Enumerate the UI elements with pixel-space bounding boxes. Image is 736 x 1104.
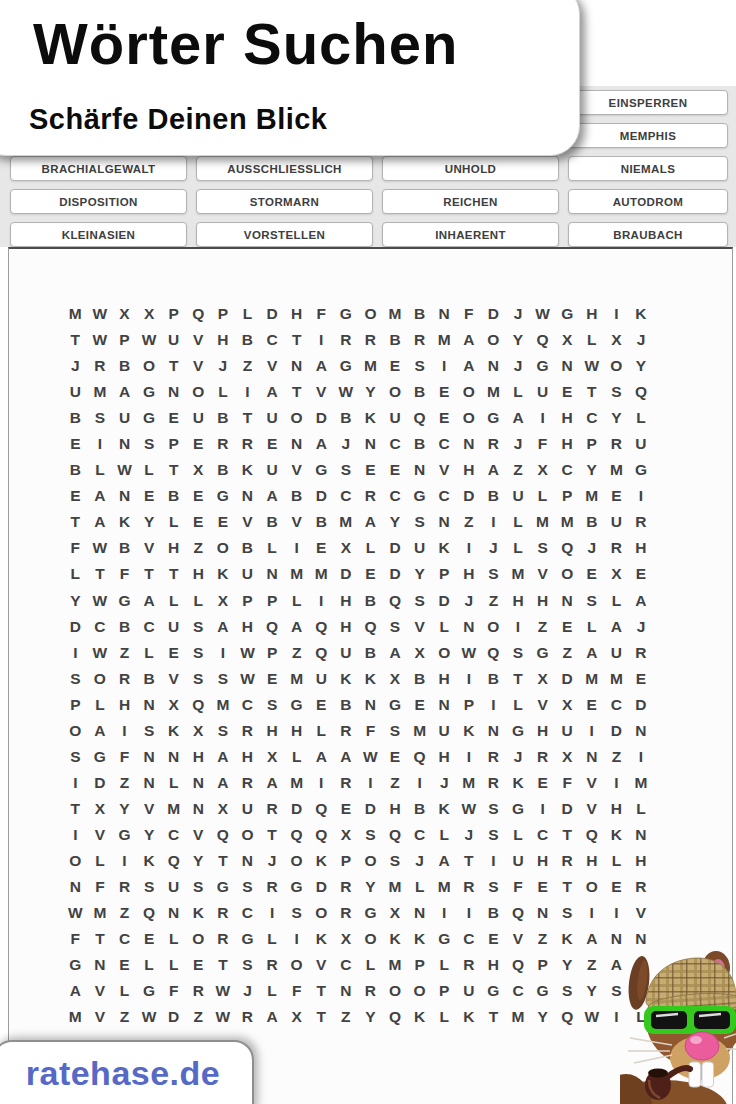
grid-cell[interactable]: C (235, 900, 260, 926)
grid-cell[interactable]: R (88, 353, 113, 379)
grid-cell[interactable]: G (88, 744, 113, 770)
grid-cell[interactable]: Z (112, 1004, 137, 1030)
grid-cell[interactable]: U (555, 718, 580, 744)
grid-cell[interactable]: N (334, 978, 359, 1004)
grid-cell[interactable]: E (137, 483, 162, 509)
grid-cell[interactable]: N (555, 588, 580, 614)
grid-cell[interactable]: A (211, 770, 236, 796)
grid-cell[interactable]: I (284, 926, 309, 952)
grid-cell[interactable]: A (284, 614, 309, 640)
grid-cell[interactable]: W (579, 353, 604, 379)
grid-cell[interactable]: T (481, 1004, 506, 1030)
grid-cell[interactable]: D (604, 718, 629, 744)
grid-cell[interactable]: U (506, 848, 531, 874)
grid-cell[interactable]: N (186, 796, 211, 822)
grid-cell[interactable]: H (112, 692, 137, 718)
grid-cell[interactable]: U (383, 405, 408, 431)
grid-cell[interactable]: M (432, 874, 457, 900)
grid-cell[interactable]: N (88, 952, 113, 978)
grid-cell[interactable]: F (112, 561, 137, 587)
grid-cell[interactable]: I (629, 483, 654, 509)
grid-cell[interactable]: I (579, 900, 604, 926)
grid-cell[interactable]: Q (211, 822, 236, 848)
grid-cell[interactable]: T (284, 379, 309, 405)
grid-cell[interactable]: L (211, 379, 236, 405)
grid-cell[interactable]: R (112, 666, 137, 692)
grid-cell[interactable]: E (112, 952, 137, 978)
grid-cell[interactable]: S (555, 978, 580, 1004)
grid-cell[interactable]: E (383, 744, 408, 770)
grid-cell[interactable]: L (112, 978, 137, 1004)
grid-cell[interactable]: I (506, 614, 531, 640)
grid-cell[interactable]: V (309, 379, 334, 405)
grid-cell[interactable]: I (481, 509, 506, 535)
grid-cell[interactable]: R (358, 483, 383, 509)
grid-cell[interactable]: T (260, 822, 285, 848)
grid-cell[interactable]: G (407, 483, 432, 509)
grid-cell[interactable]: J (407, 848, 432, 874)
grid-cell[interactable]: L (161, 926, 186, 952)
grid-cell[interactable]: A (506, 405, 531, 431)
grid-cell[interactable]: T (457, 848, 482, 874)
grid-cell[interactable]: H (284, 718, 309, 744)
grid-cell[interactable]: D (383, 561, 408, 587)
grid-cell[interactable]: A (309, 744, 334, 770)
grid-cell[interactable]: B (407, 301, 432, 327)
grid-cell[interactable]: S (555, 900, 580, 926)
grid-cell[interactable]: L (629, 405, 654, 431)
grid-cell[interactable]: E (629, 666, 654, 692)
grid-cell[interactable]: R (334, 770, 359, 796)
grid-cell[interactable]: I (530, 405, 555, 431)
grid-cell[interactable]: I (457, 666, 482, 692)
grid-cell[interactable]: C (432, 483, 457, 509)
grid-cell[interactable]: B (481, 666, 506, 692)
word-chip[interactable]: UNHOLD (382, 156, 559, 181)
grid-cell[interactable]: Q (161, 848, 186, 874)
grid-cell[interactable]: Q (186, 692, 211, 718)
grid-cell[interactable]: N (629, 822, 654, 848)
grid-cell[interactable]: R (235, 1004, 260, 1030)
grid-cell[interactable]: H (432, 744, 457, 770)
grid-cell[interactable]: B (309, 509, 334, 535)
grid-cell[interactable]: U (629, 431, 654, 457)
grid-cell[interactable]: M (284, 666, 309, 692)
grid-cell[interactable]: D (555, 796, 580, 822)
grid-cell[interactable]: U (235, 796, 260, 822)
grid-cell[interactable]: B (579, 509, 604, 535)
grid-cell[interactable]: Q (358, 614, 383, 640)
grid-cell[interactable]: T (88, 926, 113, 952)
grid-cell[interactable]: E (432, 405, 457, 431)
grid-cell[interactable]: B (407, 379, 432, 405)
grid-cell[interactable]: Q (309, 822, 334, 848)
grid-cell[interactable]: T (555, 874, 580, 900)
grid-cell[interactable]: V (309, 952, 334, 978)
grid-cell[interactable]: K (555, 926, 580, 952)
grid-cell[interactable]: E (334, 796, 359, 822)
grid-cell[interactable]: A (579, 926, 604, 952)
grid-cell[interactable]: C (407, 822, 432, 848)
grid-cell[interactable]: R (211, 926, 236, 952)
grid-cell[interactable]: G (235, 926, 260, 952)
grid-cell[interactable]: C (383, 483, 408, 509)
grid-cell[interactable]: V (579, 770, 604, 796)
grid-cell[interactable]: U (161, 874, 186, 900)
grid-cell[interactable]: E (629, 561, 654, 587)
grid-cell[interactable]: E (530, 770, 555, 796)
grid-cell[interactable]: I (579, 718, 604, 744)
grid-cell[interactable]: I (358, 770, 383, 796)
grid-cell[interactable]: X (284, 1004, 309, 1030)
grid-cell[interactable]: S (211, 718, 236, 744)
grid-cell[interactable]: H (481, 952, 506, 978)
grid-cell[interactable]: V (284, 457, 309, 483)
grid-cell[interactable]: E (579, 561, 604, 587)
grid-cell[interactable]: V (137, 535, 162, 561)
grid-cell[interactable]: Z (383, 770, 408, 796)
grid-cell[interactable]: L (358, 952, 383, 978)
grid-cell[interactable]: E (186, 509, 211, 535)
grid-cell[interactable]: I (604, 301, 629, 327)
grid-cell[interactable]: L (235, 301, 260, 327)
grid-cell[interactable]: P (260, 640, 285, 666)
grid-cell[interactable]: E (407, 692, 432, 718)
grid-cell[interactable]: M (63, 301, 88, 327)
grid-cell[interactable]: B (334, 405, 359, 431)
grid-cell[interactable]: F (358, 718, 383, 744)
grid-cell[interactable]: P (457, 692, 482, 718)
grid-cell[interactable]: H (284, 301, 309, 327)
grid-cell[interactable]: M (358, 353, 383, 379)
grid-cell[interactable]: M (407, 718, 432, 744)
grid-cell[interactable]: G (137, 978, 162, 1004)
grid-cell[interactable]: H (555, 405, 580, 431)
grid-cell[interactable]: V (88, 978, 113, 1004)
grid-cell[interactable]: C (383, 431, 408, 457)
grid-cell[interactable]: R (260, 874, 285, 900)
grid-cell[interactable]: G (334, 353, 359, 379)
grid-cell[interactable]: S (137, 718, 162, 744)
grid-cell[interactable]: D (457, 483, 482, 509)
grid-cell[interactable]: K (604, 822, 629, 848)
grid-cell[interactable]: U (604, 640, 629, 666)
grid-cell[interactable]: N (407, 900, 432, 926)
grid-cell[interactable]: N (457, 431, 482, 457)
grid-cell[interactable]: E (358, 457, 383, 483)
grid-cell[interactable]: R (334, 900, 359, 926)
grid-cell[interactable]: P (211, 301, 236, 327)
grid-cell[interactable]: R (604, 535, 629, 561)
grid-cell[interactable]: I (112, 718, 137, 744)
grid-cell[interactable]: O (88, 666, 113, 692)
grid-cell[interactable]: V (432, 457, 457, 483)
grid-cell[interactable]: X (334, 926, 359, 952)
grid-cell[interactable]: C (137, 614, 162, 640)
grid-cell[interactable]: L (506, 379, 531, 405)
grid-cell[interactable]: R (481, 770, 506, 796)
grid-cell[interactable]: E (309, 535, 334, 561)
grid-cell[interactable]: R (481, 744, 506, 770)
grid-cell[interactable]: Y (186, 848, 211, 874)
grid-cell[interactable]: H (235, 614, 260, 640)
grid-cell[interactable]: J (235, 978, 260, 1004)
grid-cell[interactable]: E (211, 509, 236, 535)
grid-cell[interactable]: I (407, 770, 432, 796)
grid-cell[interactable]: G (506, 718, 531, 744)
word-chip[interactable]: VORSTELLEN (196, 222, 373, 247)
grid-cell[interactable]: E (383, 353, 408, 379)
grid-cell[interactable]: U (186, 405, 211, 431)
grid-cell[interactable]: E (186, 431, 211, 457)
grid-cell[interactable]: P (555, 483, 580, 509)
grid-cell[interactable]: C (260, 327, 285, 353)
grid-cell[interactable]: Z (186, 535, 211, 561)
grid-cell[interactable]: T (579, 379, 604, 405)
grid-cell[interactable]: A (383, 640, 408, 666)
grid-cell[interactable]: I (88, 431, 113, 457)
grid-cell[interactable]: C (555, 457, 580, 483)
grid-cell[interactable]: D (88, 770, 113, 796)
grid-cell[interactable]: J (481, 535, 506, 561)
grid-cell[interactable]: Z (112, 640, 137, 666)
grid-cell[interactable]: C (112, 926, 137, 952)
grid-cell[interactable]: R (358, 327, 383, 353)
grid-cell[interactable]: O (604, 353, 629, 379)
grid-cell[interactable]: W (211, 978, 236, 1004)
grid-cell[interactable]: E (161, 405, 186, 431)
grid-cell[interactable]: A (481, 457, 506, 483)
grid-cell[interactable]: X (555, 327, 580, 353)
grid-cell[interactable]: E (604, 483, 629, 509)
grid-cell[interactable]: X (137, 301, 162, 327)
grid-cell[interactable]: L (506, 692, 531, 718)
grid-cell[interactable]: I (629, 744, 654, 770)
grid-cell[interactable]: A (579, 640, 604, 666)
grid-cell[interactable]: L (137, 640, 162, 666)
grid-cell[interactable]: U (235, 561, 260, 587)
grid-cell[interactable]: A (457, 327, 482, 353)
grid-cell[interactable]: W (579, 1004, 604, 1030)
grid-cell[interactable]: F (309, 301, 334, 327)
grid-cell[interactable]: K (457, 1004, 482, 1030)
grid-cell[interactable]: X (555, 692, 580, 718)
grid-cell[interactable]: G (137, 405, 162, 431)
grid-cell[interactable]: Q (383, 1004, 408, 1030)
grid-cell[interactable]: U (604, 509, 629, 535)
grid-cell[interactable]: X (88, 796, 113, 822)
grid-cell[interactable]: H (186, 561, 211, 587)
grid-cell[interactable]: A (358, 509, 383, 535)
grid-cell[interactable]: F (506, 874, 531, 900)
grid-cell[interactable]: D (555, 666, 580, 692)
grid-cell[interactable]: E (383, 457, 408, 483)
grid-cell[interactable]: O (383, 978, 408, 1004)
grid-cell[interactable]: Q (407, 405, 432, 431)
grid-cell[interactable]: O (235, 822, 260, 848)
grid-cell[interactable]: Q (284, 822, 309, 848)
grid-cell[interactable]: Q (530, 327, 555, 353)
grid-cell[interactable]: H (604, 796, 629, 822)
grid-cell[interactable]: Z (604, 744, 629, 770)
grid-cell[interactable]: L (358, 535, 383, 561)
grid-cell[interactable]: Z (481, 588, 506, 614)
grid-cell[interactable]: S (334, 457, 359, 483)
grid-cell[interactable]: N (235, 483, 260, 509)
grid-cell[interactable]: Y (137, 822, 162, 848)
grid-cell[interactable]: B (358, 588, 383, 614)
grid-cell[interactable]: A (137, 588, 162, 614)
grid-cell[interactable]: Y (555, 952, 580, 978)
grid-cell[interactable]: P (530, 952, 555, 978)
grid-cell[interactable]: L (432, 614, 457, 640)
grid-cell[interactable]: P (579, 431, 604, 457)
grid-cell[interactable]: R (235, 431, 260, 457)
grid-cell[interactable]: K (629, 301, 654, 327)
grid-cell[interactable]: S (383, 614, 408, 640)
grid-cell[interactable]: N (112, 483, 137, 509)
grid-cell[interactable]: A (88, 483, 113, 509)
grid-cell[interactable]: B (358, 640, 383, 666)
grid-cell[interactable]: M (211, 692, 236, 718)
grid-cell[interactable]: B (481, 900, 506, 926)
grid-cell[interactable]: Y (137, 509, 162, 535)
grid-cell[interactable]: K (457, 718, 482, 744)
grid-cell[interactable]: O (358, 848, 383, 874)
grid-cell[interactable]: R (457, 874, 482, 900)
grid-cell[interactable]: O (358, 301, 383, 327)
grid-cell[interactable]: G (112, 822, 137, 848)
grid-cell[interactable]: V (186, 327, 211, 353)
grid-cell[interactable]: O (555, 561, 580, 587)
grid-cell[interactable]: U (457, 978, 482, 1004)
grid-cell[interactable]: L (260, 926, 285, 952)
grid-cell[interactable]: J (579, 535, 604, 561)
grid-cell[interactable]: G (506, 796, 531, 822)
grid-cell[interactable]: K (309, 926, 334, 952)
grid-cell[interactable]: C (530, 822, 555, 848)
grid-cell[interactable]: Q (555, 1004, 580, 1030)
grid-cell[interactable]: V (161, 666, 186, 692)
grid-cell[interactable]: O (309, 900, 334, 926)
grid-cell[interactable]: I (432, 353, 457, 379)
grid-cell[interactable]: R (211, 431, 236, 457)
grid-cell[interactable]: P (161, 301, 186, 327)
grid-cell[interactable]: M (161, 796, 186, 822)
grid-cell[interactable]: S (407, 353, 432, 379)
grid-cell[interactable]: Z (530, 614, 555, 640)
grid-cell[interactable]: A (457, 353, 482, 379)
word-chip[interactable]: NIEMALS (568, 156, 728, 181)
grid-cell[interactable]: L (506, 822, 531, 848)
grid-cell[interactable]: E (481, 926, 506, 952)
grid-cell[interactable]: R (629, 640, 654, 666)
grid-cell[interactable]: A (260, 770, 285, 796)
grid-cell[interactable]: U (432, 718, 457, 744)
grid-cell[interactable]: S (383, 848, 408, 874)
grid-cell[interactable]: I (260, 900, 285, 926)
grid-cell[interactable]: B (407, 666, 432, 692)
grid-cell[interactable]: Y (63, 588, 88, 614)
grid-cell[interactable]: S (506, 640, 531, 666)
grid-cell[interactable]: Z (555, 640, 580, 666)
grid-cell[interactable]: P (235, 588, 260, 614)
grid-cell[interactable]: H (530, 848, 555, 874)
grid-cell[interactable]: Z (284, 640, 309, 666)
grid-cell[interactable]: H (383, 796, 408, 822)
grid-cell[interactable]: A (211, 614, 236, 640)
grid-cell[interactable]: E (530, 874, 555, 900)
grid-cell[interactable]: M (309, 561, 334, 587)
grid-cell[interactable]: M (383, 874, 408, 900)
grid-cell[interactable]: V (506, 926, 531, 952)
grid-cell[interactable]: W (457, 640, 482, 666)
grid-cell[interactable]: G (629, 457, 654, 483)
grid-cell[interactable]: S (137, 431, 162, 457)
grid-cell[interactable]: M (88, 900, 113, 926)
grid-cell[interactable]: X (530, 457, 555, 483)
grid-cell[interactable]: S (481, 561, 506, 587)
grid-cell[interactable]: O (457, 379, 482, 405)
grid-cell[interactable]: P (260, 588, 285, 614)
grid-cell[interactable]: J (211, 353, 236, 379)
grid-cell[interactable]: R (407, 327, 432, 353)
grid-cell[interactable]: A (334, 744, 359, 770)
grid-cell[interactable]: R (211, 900, 236, 926)
grid-cell[interactable]: T (161, 457, 186, 483)
grid-cell[interactable]: U (506, 483, 531, 509)
grid-cell[interactable]: N (112, 431, 137, 457)
grid-cell[interactable]: E (432, 379, 457, 405)
grid-cell[interactable]: N (260, 561, 285, 587)
grid-cell[interactable]: I (309, 770, 334, 796)
grid-cell[interactable]: X (604, 561, 629, 587)
grid-cell[interactable]: B (334, 692, 359, 718)
grid-cell[interactable]: O (284, 848, 309, 874)
grid-cell[interactable]: X (383, 666, 408, 692)
grid-cell[interactable]: B (235, 327, 260, 353)
grid-cell[interactable]: F (88, 874, 113, 900)
grid-cell[interactable]: G (358, 900, 383, 926)
grid-cell[interactable]: I (457, 900, 482, 926)
grid-cell[interactable]: N (629, 718, 654, 744)
grid-cell[interactable]: D (629, 692, 654, 718)
grid-cell[interactable]: K (407, 1004, 432, 1030)
grid-cell[interactable]: R (457, 952, 482, 978)
grid-cell[interactable]: I (432, 900, 457, 926)
grid-cell[interactable]: A (211, 744, 236, 770)
grid-cell[interactable]: M (284, 561, 309, 587)
grid-cell[interactable]: L (284, 588, 309, 614)
grid-cell[interactable]: W (211, 1004, 236, 1030)
grid-cell[interactable]: I (112, 848, 137, 874)
grid-cell[interactable]: M (63, 1004, 88, 1030)
grid-cell[interactable]: S (481, 796, 506, 822)
grid-cell[interactable]: G (211, 874, 236, 900)
grid-cell[interactable]: Y (506, 327, 531, 353)
grid-cell[interactable]: C (334, 483, 359, 509)
grid-cell[interactable]: P (407, 952, 432, 978)
grid-cell[interactable]: W (88, 640, 113, 666)
grid-cell[interactable]: H (334, 588, 359, 614)
grid-cell[interactable]: R (629, 509, 654, 535)
grid-cell[interactable]: R (358, 978, 383, 1004)
grid-cell[interactable]: L (309, 718, 334, 744)
grid-cell[interactable]: A (260, 483, 285, 509)
word-chip[interactable]: AUTODROM (568, 189, 728, 214)
grid-cell[interactable]: Q (309, 796, 334, 822)
grid-cell[interactable]: F (457, 301, 482, 327)
